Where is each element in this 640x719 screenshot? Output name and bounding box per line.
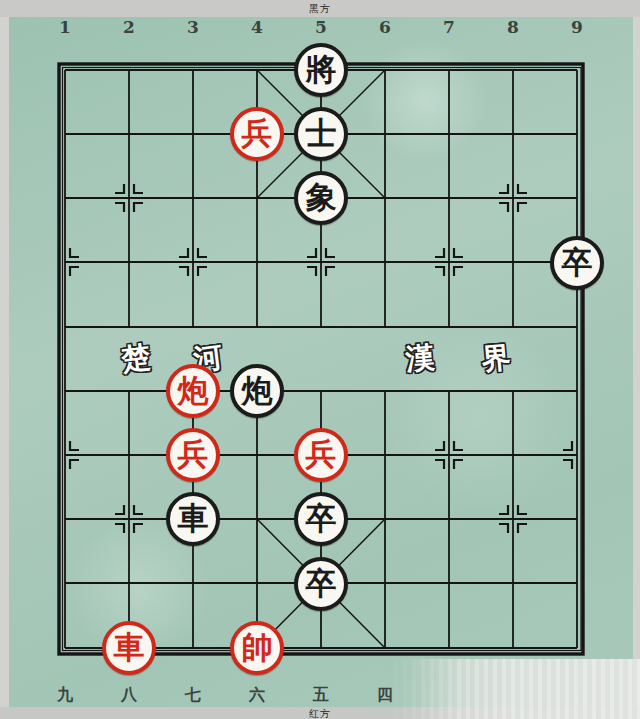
coord-label: 8: [481, 17, 545, 37]
board-grid[interactable]: 將兵士象卒炮炮兵兵車卒卒車帥: [33, 38, 609, 680]
bottom-right-fade-overlay: [385, 659, 640, 719]
coord-label: 八: [97, 685, 161, 704]
right-margin-strip: [633, 17, 640, 707]
red-side-label: 红方: [309, 708, 331, 719]
coord-label: 1: [33, 17, 97, 37]
piece-black-advisor[interactable]: 士: [294, 107, 348, 161]
piece-black-cannon[interactable]: 炮: [230, 364, 284, 418]
coord-label: 4: [225, 17, 289, 37]
left-margin-strip: [0, 17, 9, 707]
coord-label: 3: [161, 17, 225, 37]
top-strip: 黑方: [0, 0, 640, 17]
coord-label: 七: [161, 685, 225, 704]
piece-red-cannon[interactable]: 炮: [166, 364, 220, 418]
coord-label: 5: [289, 17, 353, 37]
piece-black-soldier[interactable]: 卒: [550, 236, 604, 290]
coord-label: 五: [289, 685, 353, 704]
coord-label: 2: [97, 17, 161, 37]
piece-black-chariot[interactable]: 車: [166, 492, 220, 546]
piece-black-soldier[interactable]: 卒: [294, 492, 348, 546]
piece-black-elephant[interactable]: 象: [294, 171, 348, 225]
coord-label: 九: [33, 685, 97, 704]
coord-label: 9: [545, 17, 609, 37]
piece-red-general[interactable]: 帥: [230, 621, 284, 675]
xiangqi-app-window: 黑方 123456789 九八七六五四 楚 河 漢 界 將兵士象卒炮炮兵兵車卒卒…: [0, 0, 640, 719]
piece-black-soldier[interactable]: 卒: [294, 557, 348, 611]
piece-red-chariot[interactable]: 車: [102, 621, 156, 675]
coord-label: 6: [353, 17, 417, 37]
piece-red-soldier[interactable]: 兵: [294, 428, 348, 482]
piece-red-soldier[interactable]: 兵: [166, 428, 220, 482]
piece-red-soldier[interactable]: 兵: [230, 107, 284, 161]
coord-label: 7: [417, 17, 481, 37]
file-numbers-top: 123456789: [33, 17, 609, 37]
black-side-label: 黑方: [309, 3, 331, 14]
coord-label: 六: [225, 685, 289, 704]
piece-black-general[interactable]: 將: [294, 43, 348, 97]
